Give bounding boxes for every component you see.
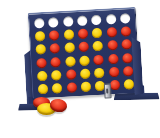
cell-r6c1[interactable] xyxy=(36,82,51,96)
cell-r2c1[interactable] xyxy=(33,29,48,43)
red-disc xyxy=(49,30,60,41)
yellow-disc xyxy=(37,71,48,82)
game-board-panel xyxy=(28,7,141,99)
yellow-disc xyxy=(35,31,46,42)
cell-r5c6[interactable] xyxy=(106,65,121,79)
cell-r4c6[interactable] xyxy=(105,52,120,66)
red-disc xyxy=(78,28,89,39)
red-disc xyxy=(122,53,133,64)
empty-hole xyxy=(63,16,74,27)
yellow-disc xyxy=(63,29,74,40)
cell-r6c2[interactable] xyxy=(50,82,65,96)
cell-r4c5[interactable] xyxy=(91,53,106,67)
yellow-disc xyxy=(64,43,75,54)
yellow-disc xyxy=(65,56,76,67)
cell-r6c4[interactable] xyxy=(78,80,93,94)
cell-r1c1[interactable] xyxy=(32,16,47,30)
empty-hole xyxy=(120,13,131,24)
cell-r3c2[interactable] xyxy=(48,42,63,56)
yellow-disc xyxy=(94,68,105,79)
red-disc xyxy=(123,66,134,77)
yellow-disc xyxy=(36,44,47,55)
yellow-disc xyxy=(123,79,134,90)
cell-r3c6[interactable] xyxy=(105,38,120,52)
cell-r1c5[interactable] xyxy=(89,13,104,27)
yellow-disc xyxy=(92,28,103,39)
cell-r3c1[interactable] xyxy=(33,42,48,56)
yellow-disc xyxy=(81,82,92,93)
cell-r2c6[interactable] xyxy=(104,25,119,39)
red-disc xyxy=(121,39,132,50)
cell-r6c3[interactable] xyxy=(64,81,79,95)
latch-pin xyxy=(106,88,108,93)
cell-r1c3[interactable] xyxy=(60,14,75,28)
cell-r4c3[interactable] xyxy=(63,54,78,68)
red-disc xyxy=(51,57,62,68)
cell-r5c3[interactable] xyxy=(63,67,78,81)
cell-r2c2[interactable] xyxy=(47,28,62,42)
empty-hole xyxy=(91,14,102,25)
red-disc xyxy=(93,54,104,65)
yellow-disc xyxy=(80,68,91,79)
cell-r1c6[interactable] xyxy=(103,12,118,26)
yellow-disc xyxy=(93,41,104,52)
red-disc xyxy=(50,43,61,54)
red-disc xyxy=(120,26,131,37)
cell-r2c3[interactable] xyxy=(61,28,76,42)
red-disc xyxy=(36,58,47,69)
cell-r5c5[interactable] xyxy=(92,66,107,80)
cell-r4c4[interactable] xyxy=(77,53,92,67)
cell-r2c5[interactable] xyxy=(90,26,105,40)
empty-hole xyxy=(34,18,45,29)
product-photo-stage xyxy=(0,0,160,138)
yellow-disc xyxy=(38,84,49,95)
cell-r1c4[interactable] xyxy=(75,13,90,27)
red-disc xyxy=(78,42,89,53)
cell-r4c1[interactable] xyxy=(34,56,49,70)
cell-r1c7[interactable] xyxy=(118,11,133,25)
cell-r2c7[interactable] xyxy=(118,24,133,38)
red-disc xyxy=(66,69,77,80)
cell-r3c4[interactable] xyxy=(76,40,91,54)
empty-hole xyxy=(105,14,116,25)
red-disc xyxy=(108,67,119,78)
cell-r4c2[interactable] xyxy=(48,55,63,69)
cell-r1c2[interactable] xyxy=(46,15,61,29)
cell-r3c3[interactable] xyxy=(62,41,77,55)
connect-four-grid xyxy=(32,11,136,96)
connect-four-frame xyxy=(0,0,160,138)
yellow-disc xyxy=(52,83,63,94)
disc-release-latch[interactable] xyxy=(104,83,112,98)
yellow-disc xyxy=(51,70,62,81)
cell-r5c4[interactable] xyxy=(78,67,93,81)
red-disc xyxy=(106,27,117,38)
empty-hole xyxy=(48,17,59,28)
cell-r5c1[interactable] xyxy=(35,69,50,83)
red-disc xyxy=(66,83,77,94)
yellow-disc xyxy=(79,55,90,66)
empty-hole xyxy=(77,15,88,26)
red-disc xyxy=(108,54,119,65)
cell-r2c4[interactable] xyxy=(75,27,90,41)
cell-r5c2[interactable] xyxy=(49,68,64,82)
red-disc xyxy=(107,40,118,51)
cell-r3c5[interactable] xyxy=(90,39,105,53)
